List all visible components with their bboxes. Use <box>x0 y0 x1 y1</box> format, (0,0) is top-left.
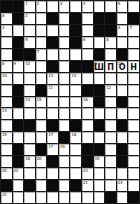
cell-4-9[interactable] <box>94 37 105 48</box>
cell-1-4[interactable]: 2 <box>36 1 47 12</box>
crossword-board: 1234562347568789109ШП12ОН101314111213151… <box>0 0 140 204</box>
cell-2-4[interactable] <box>36 13 47 24</box>
cell-1-9[interactable] <box>94 1 105 12</box>
clue-number: 17 <box>48 132 53 137</box>
cell-8-3[interactable] <box>24 85 35 96</box>
cell-15-11[interactable] <box>117 168 128 179</box>
cell-8-11[interactable] <box>117 85 128 96</box>
cell-8-7[interactable] <box>70 85 81 96</box>
cell-12-2[interactable] <box>13 132 24 143</box>
cell-7-12[interactable] <box>128 73 139 84</box>
clue-number: 14 <box>71 73 76 78</box>
cell-9-8[interactable]: 16 <box>82 97 93 108</box>
cell-11-12[interactable] <box>128 120 139 131</box>
cell-6-1[interactable]: 8 <box>1 61 12 72</box>
cell-14-7[interactable] <box>70 156 81 167</box>
cell-2-8[interactable] <box>82 13 93 24</box>
clue-number: 19 <box>60 144 65 149</box>
black-cell-13-4 <box>36 144 47 155</box>
clue-number: 2 <box>25 13 27 18</box>
cell-13-5[interactable]: 17 <box>47 144 58 155</box>
cell-15-12[interactable] <box>128 168 139 179</box>
black-cell-11-3 <box>24 120 35 131</box>
black-cell-3-7 <box>70 25 81 36</box>
cell-11-1[interactable] <box>1 120 12 131</box>
cell-1-11[interactable]: 5 <box>117 1 128 12</box>
cell-6-10[interactable]: П <box>105 61 116 72</box>
cell-16-12[interactable] <box>128 180 139 191</box>
clue-number: 10 <box>2 73 7 78</box>
clue-number: 6 <box>83 37 85 42</box>
cell-5-5[interactable] <box>47 49 58 60</box>
cell-7-11[interactable] <box>117 73 128 84</box>
clue-number: 22 <box>14 168 19 173</box>
black-cell-8-9 <box>94 85 105 96</box>
clue-number: 12 <box>106 85 111 90</box>
cell-4-12[interactable] <box>128 37 139 48</box>
cell-14-10[interactable] <box>105 156 116 167</box>
cell-3-4[interactable] <box>36 25 47 36</box>
black-cell-5-2 <box>13 49 24 60</box>
clue-number: 7 <box>129 25 131 30</box>
black-cell-9-9 <box>94 97 105 108</box>
black-cell-14-11 <box>117 156 128 167</box>
cell-16-4[interactable] <box>36 180 47 191</box>
clue-number: 3 <box>60 1 62 6</box>
clue-number: 4 <box>118 25 120 30</box>
cell-7-3[interactable] <box>24 73 35 84</box>
cell-9-6[interactable] <box>59 97 70 108</box>
cell-1-12[interactable] <box>128 1 139 12</box>
cell-8-6[interactable] <box>59 85 70 96</box>
clue-number: 16 <box>71 132 76 137</box>
cell-15-8[interactable]: 23 <box>82 168 93 179</box>
cell-1-10[interactable] <box>105 1 116 12</box>
cell-9-10[interactable] <box>105 97 116 108</box>
cell-9-1[interactable] <box>1 97 12 108</box>
cell-9-5[interactable] <box>47 97 58 108</box>
clue-number: 6 <box>2 13 4 18</box>
cell-17-6[interactable] <box>59 192 70 203</box>
cell-letter: О <box>117 63 128 72</box>
black-cell-8-4 <box>36 85 47 96</box>
clue-number: 5 <box>118 1 120 6</box>
cell-12-12[interactable] <box>128 132 139 143</box>
cell-6-9[interactable]: 9Ш <box>94 61 105 72</box>
cell-17-1[interactable]: 22 <box>1 192 12 203</box>
cell-14-9[interactable]: 19 <box>94 156 105 167</box>
black-cell-17-12 <box>128 192 139 203</box>
cell-7-10[interactable] <box>105 73 116 84</box>
cell-13-3[interactable] <box>24 144 35 155</box>
cell-3-8[interactable] <box>82 25 93 36</box>
cell-17-3[interactable] <box>24 192 35 203</box>
clue-number: 15 <box>2 132 7 137</box>
cell-5-8[interactable] <box>82 49 93 60</box>
clue-number: 14 <box>2 108 7 113</box>
cell-11-10[interactable] <box>105 120 116 131</box>
clue-number: 4 <box>83 1 85 6</box>
cell-13-7[interactable] <box>70 144 81 155</box>
cell-9-12[interactable] <box>128 97 139 108</box>
black-cell-2-10 <box>105 13 116 24</box>
cell-14-4[interactable]: 20 <box>36 156 47 167</box>
cell-12-8[interactable] <box>82 132 93 143</box>
cell-7-2[interactable] <box>13 73 24 84</box>
cell-3-2[interactable] <box>13 25 24 36</box>
black-cell-11-9 <box>94 120 105 131</box>
cell-6-4[interactable] <box>36 61 47 72</box>
cell-17-2[interactable] <box>13 192 24 203</box>
black-cell-4-5 <box>47 37 58 48</box>
black-cell-14-5 <box>47 156 58 167</box>
cell-3-11[interactable]: 4 <box>117 25 128 36</box>
cell-7-6[interactable] <box>59 73 70 84</box>
black-cell-16-7 <box>70 180 81 191</box>
cell-12-5[interactable]: 17 <box>47 132 58 143</box>
black-cell-6-5 <box>47 61 58 72</box>
black-cell-14-8 <box>82 156 93 167</box>
cell-8-5[interactable]: 11 <box>47 85 58 96</box>
cell-11-6[interactable] <box>59 120 70 131</box>
cell-11-8[interactable] <box>82 120 93 131</box>
cell-17-5[interactable] <box>47 192 58 203</box>
cell-13-10[interactable] <box>105 144 116 155</box>
black-cell-3-10 <box>105 25 116 36</box>
clue-number: 23 <box>83 168 88 173</box>
cell-5-4[interactable]: 7 <box>36 49 47 60</box>
cell-16-2[interactable] <box>13 180 24 191</box>
black-cell-1-2 <box>13 1 24 12</box>
cell-10-5[interactable] <box>47 108 58 119</box>
cell-3-3[interactable] <box>24 25 35 36</box>
black-cell-11-5 <box>47 120 58 131</box>
cell-14-1[interactable] <box>1 156 12 167</box>
black-cell-12-6 <box>59 132 70 143</box>
cell-15-6[interactable] <box>59 168 70 179</box>
clue-number: 24 <box>118 180 123 185</box>
black-cell-11-7 <box>70 120 81 131</box>
black-cell-16-1 <box>1 180 12 191</box>
cell-2-6[interactable] <box>59 13 70 24</box>
cell-17-11[interactable] <box>117 192 128 203</box>
clue-number: 10 <box>25 61 30 66</box>
cell-5-6[interactable] <box>59 49 70 60</box>
clue-number: 7 <box>37 49 39 54</box>
black-cell-2-12 <box>128 13 139 24</box>
black-cell-8-8 <box>82 85 93 96</box>
cell-1-6[interactable]: 3 <box>59 1 70 12</box>
cell-letter: Н <box>128 63 139 72</box>
black-cell-9-2 <box>13 97 24 108</box>
cell-15-5[interactable] <box>47 168 58 179</box>
cell-15-3[interactable] <box>24 168 35 179</box>
cell-7-7[interactable]: 14 <box>70 73 81 84</box>
cell-17-7[interactable] <box>70 192 81 203</box>
cell-10-10[interactable] <box>105 108 116 119</box>
cell-5-12[interactable] <box>128 49 139 60</box>
black-cell-5-3 <box>24 49 35 60</box>
clue-number: 16 <box>83 97 88 102</box>
cell-15-10[interactable] <box>105 168 116 179</box>
clue-number: 1 <box>25 1 27 6</box>
cell-letter: Ш <box>94 63 105 72</box>
cell-4-10[interactable]: 8 <box>105 37 116 48</box>
cell-4-3[interactable]: 5 <box>24 37 35 48</box>
cell-5-7[interactable] <box>70 49 81 60</box>
cell-6-2[interactable]: 9 <box>13 61 24 72</box>
cell-16-8[interactable]: 21 <box>82 180 93 191</box>
cell-12-7[interactable]: 16 <box>70 132 81 143</box>
clue-number: 8 <box>2 61 4 66</box>
cell-15-2[interactable]: 22 <box>13 168 24 179</box>
clue-number: 8 <box>106 37 108 42</box>
cell-2-1[interactable]: 6 <box>1 13 12 24</box>
black-cell-2-2 <box>13 13 24 24</box>
cell-10-3[interactable] <box>24 108 35 119</box>
cell-4-11[interactable] <box>117 37 128 48</box>
cell-13-1[interactable] <box>1 144 12 155</box>
cell-6-6[interactable] <box>59 61 70 72</box>
cell-9-7[interactable] <box>70 97 81 108</box>
clue-number: 19 <box>95 156 100 161</box>
clue-number: 21 <box>83 180 88 185</box>
cell-10-12[interactable] <box>128 108 139 119</box>
cell-16-9[interactable] <box>94 180 105 191</box>
cell-11-4[interactable] <box>36 120 47 131</box>
clue-number: 13 <box>25 97 30 102</box>
cell-12-3[interactable] <box>24 132 35 143</box>
cell-12-10[interactable] <box>105 132 116 143</box>
cell-10-2[interactable] <box>13 108 24 119</box>
cell-10-9[interactable] <box>94 108 105 119</box>
cell-12-9[interactable] <box>94 132 105 143</box>
cell-13-6[interactable]: 19 <box>59 144 70 155</box>
cell-14-6[interactable] <box>59 156 70 167</box>
cell-10-7[interactable] <box>70 108 81 119</box>
clue-number: 17 <box>48 144 53 149</box>
cell-10-1[interactable]: 14 <box>1 108 12 119</box>
cell-13-12[interactable] <box>128 144 139 155</box>
cell-4-8[interactable]: 6 <box>82 37 93 48</box>
cell-1-3[interactable]: 1 <box>24 1 35 12</box>
cell-12-4[interactable] <box>36 132 47 143</box>
black-cell-2-5 <box>47 13 58 24</box>
clue-number: 13 <box>48 73 53 78</box>
cell-4-6[interactable] <box>59 37 70 48</box>
clue-number: 20 <box>37 156 42 161</box>
black-cell-9-11 <box>117 97 128 108</box>
cell-12-1[interactable]: 15 <box>1 132 12 143</box>
black-cell-2-7 <box>70 13 81 24</box>
cell-8-10[interactable]: 12 <box>105 85 116 96</box>
cell-6-11[interactable]: 12О <box>117 61 128 72</box>
cell-3-6[interactable] <box>59 25 70 36</box>
cell-10-6[interactable] <box>59 108 70 119</box>
cell-9-4[interactable]: 15 <box>36 97 47 108</box>
black-cell-3-9 <box>94 25 105 36</box>
cell-16-10[interactable] <box>105 180 116 191</box>
cell-7-8[interactable] <box>82 73 93 84</box>
clue-number: 11 <box>48 85 53 90</box>
cell-3-1[interactable]: 3 <box>1 25 12 36</box>
cell-4-4[interactable] <box>36 37 47 48</box>
cell-8-1[interactable] <box>1 85 12 96</box>
cell-12-11[interactable] <box>117 132 128 143</box>
cell-3-12[interactable]: 7 <box>128 25 139 36</box>
clue-number: 9 <box>14 61 16 66</box>
clue-number: 5 <box>25 37 27 42</box>
black-cell-1-1 <box>1 1 12 12</box>
clue-number: 20 <box>2 168 7 173</box>
cell-2-3[interactable]: 2 <box>24 13 35 24</box>
cell-16-11[interactable]: 24 <box>117 180 128 191</box>
cell-7-5[interactable]: 13 <box>47 73 58 84</box>
cell-17-4[interactable] <box>36 192 47 203</box>
cell-10-4[interactable] <box>36 108 47 119</box>
black-cell-14-2 <box>13 156 24 167</box>
black-cell-11-11 <box>117 120 128 131</box>
cell-7-4[interactable] <box>36 73 47 84</box>
black-cell-2-9 <box>94 13 105 24</box>
cell-15-9[interactable] <box>94 168 105 179</box>
black-cell-8-2 <box>13 85 24 96</box>
cell-15-1[interactable]: 20 <box>1 168 12 179</box>
cell-7-1[interactable]: 10 <box>1 73 12 84</box>
cell-15-4[interactable] <box>36 168 47 179</box>
black-cell-6-8 <box>82 61 93 72</box>
black-cell-17-10 <box>105 192 116 203</box>
cell-6-3[interactable]: 10 <box>24 61 35 72</box>
cell-14-12[interactable] <box>128 156 139 167</box>
black-cell-13-11 <box>117 144 128 155</box>
cell-1-8[interactable]: 4 <box>82 1 93 12</box>
clue-number: 18 <box>25 156 30 161</box>
black-cell-6-7 <box>70 61 81 72</box>
cell-3-5[interactable] <box>47 25 58 36</box>
cell-5-1[interactable] <box>1 49 12 60</box>
clue-number: 22 <box>2 192 7 197</box>
black-cell-13-2 <box>13 144 24 155</box>
cell-10-8[interactable] <box>82 108 93 119</box>
cell-7-9[interactable] <box>94 73 105 84</box>
black-cell-16-5 <box>47 180 58 191</box>
black-cell-4-7 <box>70 37 81 48</box>
cell-10-11[interactable] <box>117 108 128 119</box>
clue-number: 2 <box>37 1 39 6</box>
cell-8-12[interactable] <box>128 85 139 96</box>
black-cell-5-11 <box>117 49 128 60</box>
cell-1-7[interactable] <box>70 1 81 12</box>
black-cell-11-2 <box>13 120 24 131</box>
cell-14-3[interactable]: 18 <box>24 156 35 167</box>
cell-6-12[interactable]: Н <box>128 61 139 72</box>
cell-9-3[interactable]: 13 <box>24 97 35 108</box>
cell-1-5[interactable] <box>47 1 58 12</box>
cell-2-11[interactable] <box>117 13 128 24</box>
cell-letter: П <box>105 63 116 72</box>
cell-17-9[interactable] <box>94 192 105 203</box>
cell-16-6[interactable] <box>59 180 70 191</box>
black-cell-13-9 <box>94 144 105 155</box>
black-cell-16-3 <box>24 180 35 191</box>
cell-15-7[interactable] <box>70 168 81 179</box>
cell-5-10[interactable] <box>105 49 116 60</box>
cell-4-1[interactable] <box>1 37 12 48</box>
clue-number: 3 <box>2 25 4 30</box>
black-cell-5-9 <box>94 49 105 60</box>
clue-number: 15 <box>37 97 42 102</box>
black-cell-13-8 <box>82 144 93 155</box>
cell-17-8[interactable] <box>82 192 93 203</box>
black-cell-4-2 <box>13 37 24 48</box>
